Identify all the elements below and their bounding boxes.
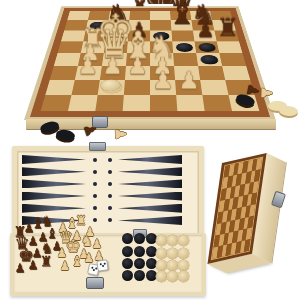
product-photo: ♝♚♛♞♝♞♟♟♜♜♚♟♛♝♞♟♟♟♟♟♟ ♟♟♟♟ ♜♟♝♞♛♟♟♝♚♟♞♟♟… — [0, 0, 300, 300]
folded-board-square — [244, 239, 250, 252]
folded-board-scene — [0, 0, 300, 300]
